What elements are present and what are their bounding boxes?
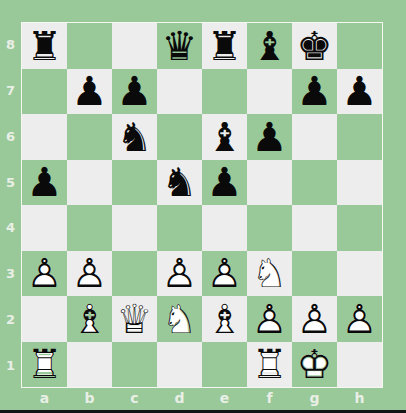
square-c4[interactable] bbox=[112, 205, 157, 251]
piece-white-knight-outline: ♘ bbox=[157, 296, 202, 342]
square-f1[interactable]: ♜♖ bbox=[247, 342, 292, 388]
rank-label-3: 3 bbox=[0, 251, 21, 297]
rank-label-5: 5 bbox=[0, 159, 21, 205]
chess-board-window: 8 7 6 5 4 3 2 1 ♜♛♜♝♚♟♟♟♟♞♝♟♟♞♟♟♙♟♙♟♙♟♙♞… bbox=[0, 0, 406, 413]
piece-black-pawn[interactable]: ♟ bbox=[67, 69, 112, 115]
file-label-c: c bbox=[112, 388, 157, 408]
square-e2[interactable]: ♝♗ bbox=[202, 296, 247, 342]
square-d7[interactable] bbox=[157, 69, 202, 115]
piece-white-knight[interactable]: ♞♘ bbox=[247, 251, 292, 297]
rank-label-4: 4 bbox=[0, 205, 21, 251]
square-g7[interactable]: ♟ bbox=[292, 69, 337, 115]
piece-white-pawn[interactable]: ♟♙ bbox=[157, 251, 202, 297]
piece-black-knight[interactable]: ♞ bbox=[112, 114, 157, 160]
piece-white-pawn[interactable]: ♟♙ bbox=[337, 296, 382, 342]
piece-black-bishop[interactable]: ♝ bbox=[202, 114, 247, 160]
square-a4[interactable] bbox=[22, 205, 67, 251]
square-f5[interactable] bbox=[247, 160, 292, 206]
square-h3[interactable] bbox=[337, 251, 382, 297]
square-b6[interactable] bbox=[67, 114, 112, 160]
piece-black-pawn[interactable]: ♟ bbox=[202, 160, 247, 206]
square-e3[interactable]: ♟♙ bbox=[202, 251, 247, 297]
piece-white-bishop[interactable]: ♝♗ bbox=[202, 296, 247, 342]
piece-white-pawn-outline: ♙ bbox=[22, 251, 67, 297]
piece-black-pawn[interactable]: ♟ bbox=[112, 69, 157, 115]
square-h8[interactable] bbox=[337, 23, 382, 69]
square-d1[interactable] bbox=[157, 342, 202, 388]
file-label-f: f bbox=[247, 388, 292, 408]
square-h6[interactable] bbox=[337, 114, 382, 160]
square-b4[interactable] bbox=[67, 205, 112, 251]
square-a5[interactable]: ♟ bbox=[22, 160, 67, 206]
piece-white-king[interactable]: ♚♔ bbox=[292, 342, 337, 388]
square-e6[interactable]: ♝ bbox=[202, 114, 247, 160]
rank-label-6: 6 bbox=[0, 114, 21, 160]
square-g6[interactable] bbox=[292, 114, 337, 160]
file-label-b: b bbox=[67, 388, 112, 408]
square-g2[interactable]: ♟♙ bbox=[292, 296, 337, 342]
square-c7[interactable]: ♟ bbox=[112, 69, 157, 115]
square-e4[interactable] bbox=[202, 205, 247, 251]
piece-white-queen[interactable]: ♛♕ bbox=[112, 296, 157, 342]
piece-black-pawn[interactable]: ♟ bbox=[292, 69, 337, 115]
square-g5[interactable] bbox=[292, 160, 337, 206]
square-b8[interactable] bbox=[67, 23, 112, 69]
piece-white-pawn[interactable]: ♟♙ bbox=[22, 251, 67, 297]
piece-white-pawn-outline: ♙ bbox=[67, 251, 112, 297]
square-b7[interactable]: ♟ bbox=[67, 69, 112, 115]
piece-white-pawn-outline: ♙ bbox=[157, 251, 202, 297]
square-c1[interactable] bbox=[112, 342, 157, 388]
piece-white-knight-outline: ♘ bbox=[247, 251, 292, 297]
square-a6[interactable] bbox=[22, 114, 67, 160]
piece-white-rook[interactable]: ♜♖ bbox=[22, 342, 67, 388]
square-a7[interactable] bbox=[22, 69, 67, 115]
square-c3[interactable] bbox=[112, 251, 157, 297]
square-b1[interactable] bbox=[67, 342, 112, 388]
square-f7[interactable] bbox=[247, 69, 292, 115]
file-label-h: h bbox=[337, 388, 382, 408]
piece-black-pawn[interactable]: ♟ bbox=[22, 160, 67, 206]
piece-white-pawn[interactable]: ♟♙ bbox=[247, 296, 292, 342]
square-f3[interactable]: ♞♘ bbox=[247, 251, 292, 297]
rank-labels: 8 7 6 5 4 3 2 1 bbox=[0, 22, 21, 388]
file-label-e: e bbox=[202, 388, 247, 408]
piece-white-bishop-outline: ♗ bbox=[202, 296, 247, 342]
square-h7[interactable]: ♟ bbox=[337, 69, 382, 115]
square-b3[interactable]: ♟♙ bbox=[67, 251, 112, 297]
piece-white-bishop[interactable]: ♝♗ bbox=[67, 296, 112, 342]
square-c8[interactable] bbox=[112, 23, 157, 69]
piece-black-rook[interactable]: ♜ bbox=[202, 23, 247, 69]
chess-board[interactable]: ♜♛♜♝♚♟♟♟♟♞♝♟♟♞♟♟♙♟♙♟♙♟♙♞♘♝♗♛♕♞♘♝♗♟♙♟♙♟♙♜… bbox=[21, 22, 383, 388]
square-g1[interactable]: ♚♔ bbox=[292, 342, 337, 388]
square-f8[interactable]: ♝ bbox=[247, 23, 292, 69]
piece-white-pawn-outline: ♙ bbox=[247, 296, 292, 342]
square-g3[interactable] bbox=[292, 251, 337, 297]
piece-white-pawn-outline: ♙ bbox=[337, 296, 382, 342]
square-b2[interactable]: ♝♗ bbox=[67, 296, 112, 342]
piece-black-pawn[interactable]: ♟ bbox=[337, 69, 382, 115]
square-f6[interactable]: ♟ bbox=[247, 114, 292, 160]
square-d2[interactable]: ♞♘ bbox=[157, 296, 202, 342]
square-h4[interactable] bbox=[337, 205, 382, 251]
square-a1[interactable]: ♜♖ bbox=[22, 342, 67, 388]
piece-white-rook[interactable]: ♜♖ bbox=[247, 342, 292, 388]
square-a3[interactable]: ♟♙ bbox=[22, 251, 67, 297]
piece-white-pawn[interactable]: ♟♙ bbox=[67, 251, 112, 297]
rank-label-2: 2 bbox=[0, 297, 21, 343]
square-h2[interactable]: ♟♙ bbox=[337, 296, 382, 342]
square-b5[interactable] bbox=[67, 160, 112, 206]
square-d4[interactable] bbox=[157, 205, 202, 251]
square-a2[interactable] bbox=[22, 296, 67, 342]
rank-label-1: 1 bbox=[0, 342, 21, 388]
square-c6[interactable]: ♞ bbox=[112, 114, 157, 160]
square-f4[interactable] bbox=[247, 205, 292, 251]
piece-white-rook-outline: ♖ bbox=[22, 342, 67, 388]
piece-white-pawn-outline: ♙ bbox=[292, 296, 337, 342]
square-d6[interactable] bbox=[157, 114, 202, 160]
file-label-d: d bbox=[157, 388, 202, 408]
piece-white-rook-outline: ♖ bbox=[247, 342, 292, 388]
square-h5[interactable] bbox=[337, 160, 382, 206]
piece-white-knight[interactable]: ♞♘ bbox=[157, 296, 202, 342]
piece-white-pawn[interactable]: ♟♙ bbox=[202, 251, 247, 297]
rank-label-8: 8 bbox=[0, 22, 21, 68]
square-e7[interactable] bbox=[202, 69, 247, 115]
square-d8[interactable]: ♛ bbox=[157, 23, 202, 69]
square-f2[interactable]: ♟♙ bbox=[247, 296, 292, 342]
square-d3[interactable]: ♟♙ bbox=[157, 251, 202, 297]
square-e8[interactable]: ♜ bbox=[202, 23, 247, 69]
piece-black-queen[interactable]: ♛ bbox=[157, 23, 202, 69]
piece-black-pawn[interactable]: ♟ bbox=[247, 114, 292, 160]
piece-black-king[interactable]: ♚ bbox=[292, 23, 337, 69]
square-a8[interactable]: ♜ bbox=[22, 23, 67, 69]
square-c2[interactable]: ♛♕ bbox=[112, 296, 157, 342]
square-g8[interactable]: ♚ bbox=[292, 23, 337, 69]
square-c5[interactable] bbox=[112, 160, 157, 206]
piece-white-queen-outline: ♕ bbox=[112, 296, 157, 342]
file-label-a: a bbox=[22, 388, 67, 408]
piece-black-bishop[interactable]: ♝ bbox=[247, 23, 292, 69]
piece-white-king-outline: ♔ bbox=[292, 342, 337, 388]
square-h1[interactable] bbox=[337, 342, 382, 388]
rank-label-7: 7 bbox=[0, 68, 21, 114]
piece-white-pawn[interactable]: ♟♙ bbox=[292, 296, 337, 342]
square-d5[interactable]: ♞ bbox=[157, 160, 202, 206]
piece-white-pawn-outline: ♙ bbox=[202, 251, 247, 297]
piece-white-bishop-outline: ♗ bbox=[67, 296, 112, 342]
square-g4[interactable] bbox=[292, 205, 337, 251]
file-labels: a b c d e f g h bbox=[22, 388, 382, 408]
piece-black-rook[interactable]: ♜ bbox=[22, 23, 67, 69]
file-label-g: g bbox=[292, 388, 337, 408]
square-e5[interactable]: ♟ bbox=[202, 160, 247, 206]
square-e1[interactable] bbox=[202, 342, 247, 388]
piece-black-knight[interactable]: ♞ bbox=[157, 160, 202, 206]
